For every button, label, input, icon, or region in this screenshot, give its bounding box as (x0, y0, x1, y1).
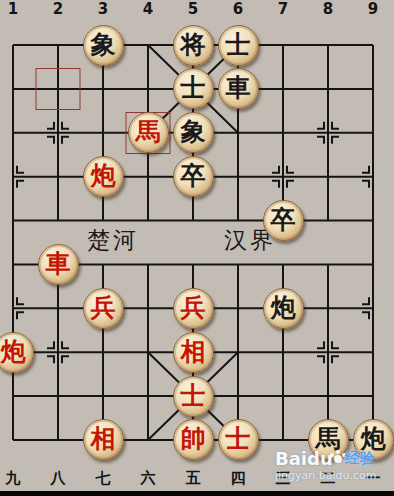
piece-black-pawn[interactable]: 卒 (173, 156, 214, 197)
piece-red-cannon[interactable]: 炮 (0, 332, 34, 373)
piece-glyph: 将 (181, 32, 206, 57)
piece-glyph: 士 (181, 383, 206, 408)
baidu-logo-text: Baidu (275, 448, 333, 469)
rank-label-bottom-1: 九 (6, 469, 21, 488)
piece-red-general[interactable]: 帥 (173, 419, 214, 460)
piece-red-advisor[interactable]: 士 (173, 376, 214, 417)
piece-glyph: 士 (226, 426, 251, 451)
piece-red-chariot[interactable]: 車 (38, 244, 79, 285)
baidu-watermark-url: jingyan.baidu.com (275, 469, 377, 482)
baidu-jingyan-text: 经验 (345, 449, 375, 468)
piece-red-pawn[interactable]: 兵 (173, 288, 214, 329)
file-label-top-6: 6 (233, 0, 243, 18)
file-label-top-9: 9 (368, 0, 378, 18)
piece-red-horse[interactable]: 馬 (128, 112, 169, 153)
bottom-bar (0, 491, 394, 496)
piece-glyph: 兵 (91, 295, 116, 320)
file-label-top-7: 7 (278, 0, 288, 18)
last-move-highlight (36, 67, 81, 111)
piece-glyph: 象 (181, 119, 206, 144)
piece-red-elephant[interactable]: 相 (83, 419, 124, 460)
piece-glyph: 兵 (181, 295, 206, 320)
piece-red-elephant[interactable]: 相 (173, 332, 214, 373)
piece-glyph: 卒 (271, 207, 296, 232)
rank-label-bottom-2: 八 (51, 469, 66, 488)
baidu-watermark: Baidu 经验 jingyan.baidu.com (275, 448, 377, 482)
file-label-top-8: 8 (323, 0, 333, 18)
piece-red-cannon[interactable]: 炮 (83, 156, 124, 197)
rank-label-bottom-6: 四 (231, 469, 246, 488)
xiangqi-board-screenshot: 123456789 九八七六五四三二一 楚河 汉界 象将士士車馬象炮卒卒車兵兵炮… (0, 0, 394, 496)
piece-red-pawn[interactable]: 兵 (83, 288, 124, 329)
file-label-top-1: 1 (8, 0, 18, 18)
piece-glyph: 士 (226, 32, 251, 57)
piece-black-cannon[interactable]: 炮 (263, 288, 304, 329)
piece-black-elephant[interactable]: 象 (173, 112, 214, 153)
piece-black-advisor[interactable]: 士 (218, 25, 259, 66)
file-label-top-4: 4 (143, 0, 153, 18)
file-label-top-5: 5 (188, 0, 198, 18)
rank-label-bottom-5: 五 (186, 469, 201, 488)
piece-glyph: 士 (181, 75, 206, 100)
baidu-paw-icon (334, 455, 342, 463)
piece-glyph: 馬 (136, 119, 161, 144)
piece-glyph: 車 (226, 75, 251, 100)
piece-glyph: 卒 (181, 163, 206, 188)
piece-black-general[interactable]: 将 (173, 25, 214, 66)
file-label-top-2: 2 (53, 0, 63, 18)
piece-glyph: 相 (91, 426, 116, 451)
rank-label-bottom-3: 七 (96, 469, 111, 488)
piece-glyph: 車 (46, 251, 71, 276)
piece-glyph: 炮 (1, 339, 26, 364)
piece-black-elephant[interactable]: 象 (83, 25, 124, 66)
rank-label-bottom-4: 六 (141, 469, 156, 488)
piece-glyph: 相 (181, 339, 206, 364)
piece-black-pawn[interactable]: 卒 (263, 200, 304, 241)
move-highlight-square (36, 68, 81, 110)
piece-layer: 象将士士車馬象炮卒卒車兵兵炮炮相士相帥士馬炮 (0, 23, 394, 462)
piece-glyph: 炮 (271, 295, 296, 320)
piece-glyph: 帥 (181, 426, 206, 451)
piece-glyph: 象 (91, 32, 116, 57)
piece-glyph: 炮 (91, 163, 116, 188)
piece-black-chariot[interactable]: 車 (218, 68, 259, 109)
piece-red-advisor[interactable]: 士 (218, 419, 259, 460)
piece-black-advisor[interactable]: 士 (173, 68, 214, 109)
file-label-top-3: 3 (98, 0, 108, 18)
